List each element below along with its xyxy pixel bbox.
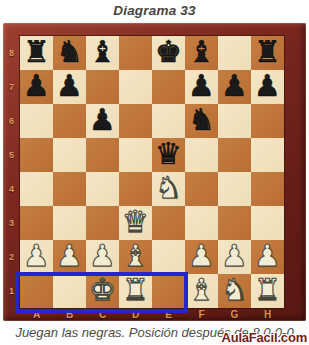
square-g6 bbox=[218, 104, 251, 138]
black-pawn-piece: ♟ bbox=[89, 104, 116, 137]
page-root: Diagrama 33 87654321 ♜♞♝♚♝♜♟♟♟♟♟♟♞♛♞♛♟♟♟… bbox=[0, 0, 309, 345]
file-label-g: G bbox=[218, 309, 251, 320]
square-f1: ♝ bbox=[185, 274, 218, 308]
black-bishop-piece: ♝ bbox=[188, 36, 215, 69]
black-pawn-piece: ♟ bbox=[221, 70, 248, 103]
square-d5 bbox=[119, 138, 152, 172]
square-h4 bbox=[251, 172, 284, 206]
square-c4 bbox=[86, 172, 119, 206]
white-pawn-piece: ♟ bbox=[56, 240, 83, 273]
square-a7: ♟ bbox=[20, 70, 53, 104]
square-f5 bbox=[185, 138, 218, 172]
square-b7: ♟ bbox=[53, 70, 86, 104]
square-d7 bbox=[119, 70, 152, 104]
black-bishop-piece: ♝ bbox=[89, 36, 116, 69]
rank-label-8: 8 bbox=[3, 36, 20, 70]
square-g2: ♟ bbox=[218, 240, 251, 274]
rank-label-3: 3 bbox=[3, 206, 20, 240]
square-a3 bbox=[20, 206, 53, 240]
square-b8: ♞ bbox=[53, 36, 86, 70]
white-queen-piece: ♛ bbox=[122, 206, 149, 239]
white-pawn-piece: ♟ bbox=[221, 240, 248, 273]
square-c8: ♝ bbox=[86, 36, 119, 70]
black-king-piece: ♚ bbox=[155, 36, 182, 69]
white-rook-piece: ♜ bbox=[254, 274, 281, 307]
chess-board-frame: 87654321 ♜♞♝♚♝♜♟♟♟♟♟♟♞♛♞♛♟♟♟♝♟♟♟♚♜♝♞♜ AB… bbox=[3, 23, 306, 321]
square-b6 bbox=[53, 104, 86, 138]
square-e3 bbox=[152, 206, 185, 240]
caption-row: Juegan las negras. Posición después de 8… bbox=[0, 321, 309, 345]
square-b4 bbox=[53, 172, 86, 206]
square-d3: ♛ bbox=[119, 206, 152, 240]
white-knight-piece: ♞ bbox=[221, 274, 248, 307]
rank-label-7: 7 bbox=[3, 70, 20, 104]
square-b3 bbox=[53, 206, 86, 240]
square-g7: ♟ bbox=[218, 70, 251, 104]
diagram-title: Diagrama 33 bbox=[0, 0, 309, 23]
board-grid: ♜♞♝♚♝♜♟♟♟♟♟♟♞♛♞♛♟♟♟♝♟♟♟♚♜♝♞♜ bbox=[20, 36, 284, 308]
black-queen-piece: ♛ bbox=[155, 138, 182, 171]
black-pawn-piece: ♟ bbox=[254, 70, 281, 103]
square-f4 bbox=[185, 172, 218, 206]
white-pawn-piece: ♟ bbox=[188, 240, 215, 273]
white-pawn-piece: ♟ bbox=[254, 240, 281, 273]
square-d2: ♝ bbox=[119, 240, 152, 274]
square-e5: ♛ bbox=[152, 138, 185, 172]
square-g1: ♞ bbox=[218, 274, 251, 308]
black-rook-piece: ♜ bbox=[254, 36, 281, 69]
square-c7 bbox=[86, 70, 119, 104]
square-f3 bbox=[185, 206, 218, 240]
rank-label-2: 2 bbox=[3, 240, 20, 274]
square-d6 bbox=[119, 104, 152, 138]
square-e2 bbox=[152, 240, 185, 274]
black-knight-piece: ♞ bbox=[188, 104, 215, 137]
black-rook-piece: ♜ bbox=[23, 36, 50, 69]
square-b2: ♟ bbox=[53, 240, 86, 274]
black-pawn-piece: ♟ bbox=[23, 70, 50, 103]
square-h1: ♜ bbox=[251, 274, 284, 308]
square-d8 bbox=[119, 36, 152, 70]
castling-highlight-rect bbox=[15, 272, 188, 313]
square-c5 bbox=[86, 138, 119, 172]
black-pawn-piece: ♟ bbox=[188, 70, 215, 103]
square-e8: ♚ bbox=[152, 36, 185, 70]
file-label-f: F bbox=[185, 309, 218, 320]
square-g5 bbox=[218, 138, 251, 172]
square-f6: ♞ bbox=[185, 104, 218, 138]
square-h2: ♟ bbox=[251, 240, 284, 274]
white-bishop-piece: ♝ bbox=[122, 240, 149, 273]
white-bishop-piece: ♝ bbox=[188, 274, 215, 307]
white-pawn-piece: ♟ bbox=[89, 240, 116, 273]
square-c2: ♟ bbox=[86, 240, 119, 274]
square-g8 bbox=[218, 36, 251, 70]
square-g3 bbox=[218, 206, 251, 240]
square-b5 bbox=[53, 138, 86, 172]
square-c3 bbox=[86, 206, 119, 240]
square-f7: ♟ bbox=[185, 70, 218, 104]
square-e6 bbox=[152, 104, 185, 138]
square-a4 bbox=[20, 172, 53, 206]
square-h7: ♟ bbox=[251, 70, 284, 104]
rank-label-4: 4 bbox=[3, 172, 20, 206]
square-h6 bbox=[251, 104, 284, 138]
square-f8: ♝ bbox=[185, 36, 218, 70]
black-pawn-piece: ♟ bbox=[56, 70, 83, 103]
square-d4 bbox=[119, 172, 152, 206]
site-watermark: AulaFacil.com bbox=[221, 330, 307, 345]
square-h3 bbox=[251, 206, 284, 240]
square-a8: ♜ bbox=[20, 36, 53, 70]
square-c6: ♟ bbox=[86, 104, 119, 138]
white-knight-piece: ♞ bbox=[155, 172, 182, 205]
square-e7 bbox=[152, 70, 185, 104]
rank-label-5: 5 bbox=[3, 138, 20, 172]
square-g4 bbox=[218, 172, 251, 206]
square-h8: ♜ bbox=[251, 36, 284, 70]
square-a6 bbox=[20, 104, 53, 138]
square-h5 bbox=[251, 138, 284, 172]
file-label-h: H bbox=[251, 309, 284, 320]
rank-labels: 87654321 bbox=[3, 36, 20, 308]
rank-label-6: 6 bbox=[3, 104, 20, 138]
square-e4: ♞ bbox=[152, 172, 185, 206]
white-pawn-piece: ♟ bbox=[23, 240, 50, 273]
square-a2: ♟ bbox=[20, 240, 53, 274]
square-a5 bbox=[20, 138, 53, 172]
black-knight-piece: ♞ bbox=[56, 36, 83, 69]
square-f2: ♟ bbox=[185, 240, 218, 274]
